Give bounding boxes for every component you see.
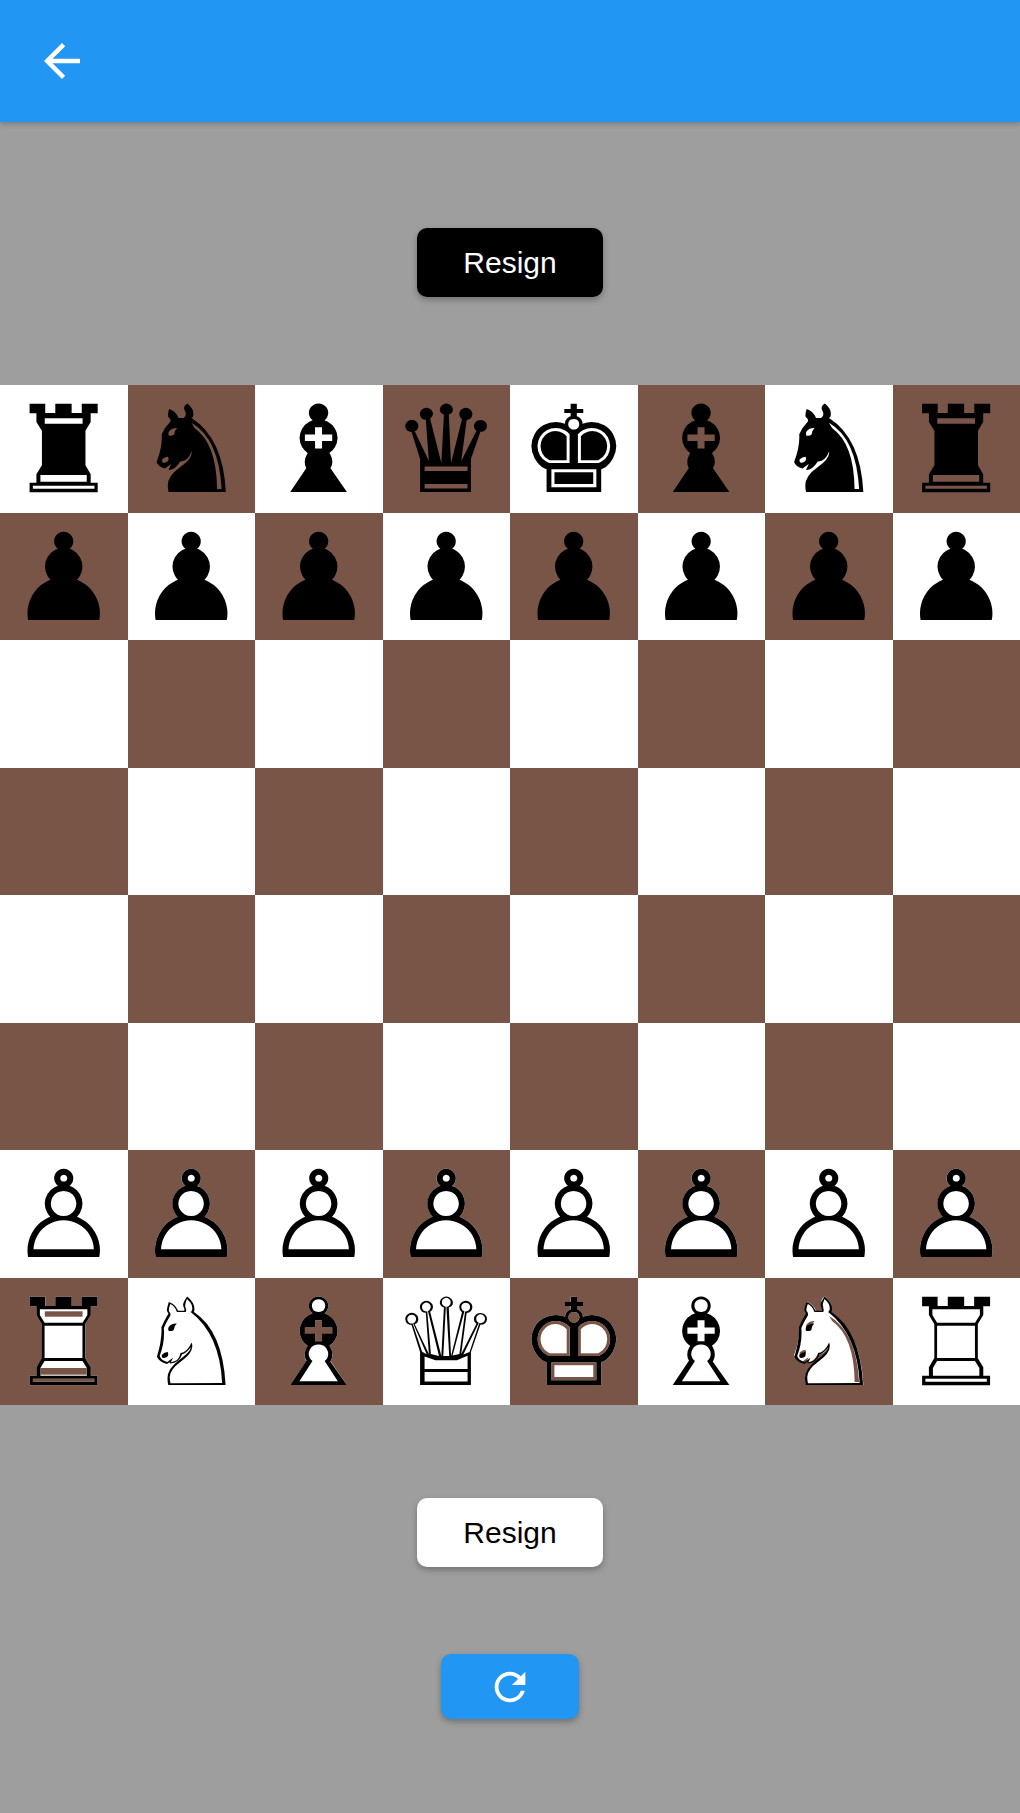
square-f1[interactable]: ♝♗ xyxy=(638,1278,766,1406)
square-a6[interactable] xyxy=(0,640,128,768)
piece-black-pawn[interactable]: ♟ xyxy=(775,518,883,639)
square-e8[interactable]: ♚ xyxy=(510,385,638,513)
square-g1[interactable]: ♞♘ xyxy=(765,1278,893,1406)
piece-white-pawn[interactable]: ♟♙ xyxy=(775,1155,883,1276)
square-b8[interactable]: ♞ xyxy=(128,385,256,513)
piece-black-rook[interactable]: ♜ xyxy=(10,390,118,511)
square-c5[interactable] xyxy=(255,768,383,896)
square-h2[interactable]: ♟♙ xyxy=(893,1150,1020,1278)
piece-black-pawn[interactable]: ♟ xyxy=(265,518,373,639)
square-e7[interactable]: ♟ xyxy=(510,513,638,641)
square-a4[interactable] xyxy=(0,895,128,1023)
piece-white-knight[interactable]: ♞♘ xyxy=(137,1283,245,1404)
piece-white-pawn[interactable]: ♟♙ xyxy=(520,1155,628,1276)
square-e2[interactable]: ♟♙ xyxy=(510,1150,638,1278)
square-a1[interactable]: ♜♖ xyxy=(0,1278,128,1406)
square-h7[interactable]: ♟ xyxy=(893,513,1020,641)
square-c7[interactable]: ♟ xyxy=(255,513,383,641)
piece-white-pawn[interactable]: ♟♙ xyxy=(137,1155,245,1276)
square-h5[interactable] xyxy=(893,768,1020,896)
square-d7[interactable]: ♟ xyxy=(383,513,511,641)
square-c8[interactable]: ♝ xyxy=(255,385,383,513)
square-b6[interactable] xyxy=(128,640,256,768)
square-b3[interactable] xyxy=(128,1023,256,1151)
piece-white-pawn[interactable]: ♟♙ xyxy=(902,1155,1010,1276)
piece-black-queen[interactable]: ♛ xyxy=(392,390,500,511)
square-c3[interactable] xyxy=(255,1023,383,1151)
app-header xyxy=(0,0,1020,122)
refresh-icon xyxy=(487,1664,533,1710)
square-f8[interactable]: ♝ xyxy=(638,385,766,513)
square-b5[interactable] xyxy=(128,768,256,896)
square-d1[interactable]: ♛♕ xyxy=(383,1278,511,1406)
square-e3[interactable] xyxy=(510,1023,638,1151)
square-f7[interactable]: ♟ xyxy=(638,513,766,641)
piece-black-pawn[interactable]: ♟ xyxy=(10,518,118,639)
square-h8[interactable]: ♜ xyxy=(893,385,1020,513)
piece-white-bishop[interactable]: ♝♗ xyxy=(647,1283,755,1404)
piece-black-king[interactable]: ♚ xyxy=(520,390,628,511)
square-f5[interactable] xyxy=(638,768,766,896)
piece-black-bishop[interactable]: ♝ xyxy=(265,390,373,511)
square-d6[interactable] xyxy=(383,640,511,768)
resign-button-bottom[interactable]: Resign xyxy=(417,1498,603,1567)
piece-black-bishop[interactable]: ♝ xyxy=(647,390,755,511)
back-arrow-icon xyxy=(35,34,89,88)
resign-button-top[interactable]: Resign xyxy=(417,228,603,297)
square-d4[interactable] xyxy=(383,895,511,1023)
square-b7[interactable]: ♟ xyxy=(128,513,256,641)
square-c1[interactable]: ♝♗ xyxy=(255,1278,383,1406)
chess-board: ♜♞♝♛♚♝♞♜♟♟♟♟♟♟♟♟♟♙♟♙♟♙♟♙♟♙♟♙♟♙♟♙♜♖♞♘♝♗♛♕… xyxy=(0,385,1020,1405)
square-c4[interactable] xyxy=(255,895,383,1023)
square-b2[interactable]: ♟♙ xyxy=(128,1150,256,1278)
square-f4[interactable] xyxy=(638,895,766,1023)
piece-black-pawn[interactable]: ♟ xyxy=(392,518,500,639)
square-g5[interactable] xyxy=(765,768,893,896)
square-a8[interactable]: ♜ xyxy=(0,385,128,513)
piece-white-queen[interactable]: ♛♕ xyxy=(392,1283,500,1404)
square-d5[interactable] xyxy=(383,768,511,896)
square-c6[interactable] xyxy=(255,640,383,768)
piece-black-pawn[interactable]: ♟ xyxy=(647,518,755,639)
square-g2[interactable]: ♟♙ xyxy=(765,1150,893,1278)
square-d2[interactable]: ♟♙ xyxy=(383,1150,511,1278)
back-button[interactable] xyxy=(30,29,94,93)
piece-white-pawn[interactable]: ♟♙ xyxy=(10,1155,118,1276)
piece-white-knight[interactable]: ♞♘ xyxy=(775,1283,883,1404)
refresh-button[interactable] xyxy=(441,1654,579,1719)
square-h6[interactable] xyxy=(893,640,1020,768)
square-d8[interactable]: ♛ xyxy=(383,385,511,513)
square-b1[interactable]: ♞♘ xyxy=(128,1278,256,1406)
square-g4[interactable] xyxy=(765,895,893,1023)
piece-black-knight[interactable]: ♞ xyxy=(137,390,245,511)
piece-white-pawn[interactable]: ♟♙ xyxy=(392,1155,500,1276)
square-e1[interactable]: ♚♔ xyxy=(510,1278,638,1406)
piece-black-pawn[interactable]: ♟ xyxy=(520,518,628,639)
square-e6[interactable] xyxy=(510,640,638,768)
square-f6[interactable] xyxy=(638,640,766,768)
piece-white-pawn[interactable]: ♟♙ xyxy=(265,1155,373,1276)
square-g3[interactable] xyxy=(765,1023,893,1151)
piece-white-bishop[interactable]: ♝♗ xyxy=(265,1283,373,1404)
square-d3[interactable] xyxy=(383,1023,511,1151)
square-g6[interactable] xyxy=(765,640,893,768)
square-h4[interactable] xyxy=(893,895,1020,1023)
piece-white-rook[interactable]: ♜♖ xyxy=(902,1283,1010,1404)
square-b4[interactable] xyxy=(128,895,256,1023)
square-g8[interactable]: ♞ xyxy=(765,385,893,513)
square-a3[interactable] xyxy=(0,1023,128,1151)
square-a5[interactable] xyxy=(0,768,128,896)
piece-black-pawn[interactable]: ♟ xyxy=(902,518,1010,639)
piece-black-rook[interactable]: ♜ xyxy=(902,390,1010,511)
square-f2[interactable]: ♟♙ xyxy=(638,1150,766,1278)
square-f3[interactable] xyxy=(638,1023,766,1151)
square-e5[interactable] xyxy=(510,768,638,896)
piece-black-knight[interactable]: ♞ xyxy=(775,390,883,511)
piece-white-rook[interactable]: ♜♖ xyxy=(10,1283,118,1404)
square-h1[interactable]: ♜♖ xyxy=(893,1278,1020,1406)
piece-white-pawn[interactable]: ♟♙ xyxy=(647,1155,755,1276)
square-c2[interactable]: ♟♙ xyxy=(255,1150,383,1278)
square-g7[interactable]: ♟ xyxy=(765,513,893,641)
square-a2[interactable]: ♟♙ xyxy=(0,1150,128,1278)
square-a7[interactable]: ♟ xyxy=(0,513,128,641)
square-e4[interactable] xyxy=(510,895,638,1023)
piece-white-king[interactable]: ♚♔ xyxy=(520,1283,628,1404)
piece-black-pawn[interactable]: ♟ xyxy=(137,518,245,639)
square-h3[interactable] xyxy=(893,1023,1020,1151)
